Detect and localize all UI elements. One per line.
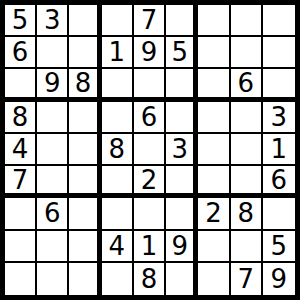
- sudoku-cell[interactable]: 1: [102, 37, 134, 69]
- given-digit: 9: [44, 70, 61, 96]
- sudoku-cell[interactable]: [134, 134, 166, 166]
- sudoku-cell[interactable]: 6: [37, 198, 69, 230]
- given-digit: 9: [171, 233, 188, 259]
- sudoku-cell[interactable]: [69, 134, 101, 166]
- sudoku-cell[interactable]: [102, 166, 134, 198]
- sudoku-cell[interactable]: 7: [134, 5, 166, 37]
- sudoku-cell[interactable]: [198, 231, 230, 263]
- sudoku-cell[interactable]: 8: [134, 263, 166, 295]
- sudoku-cell[interactable]: 8: [69, 69, 101, 101]
- sudoku-cell[interactable]: [231, 231, 263, 263]
- sudoku-cell[interactable]: 6: [134, 102, 166, 134]
- sudoku-cell[interactable]: [69, 166, 101, 198]
- sudoku-cell[interactable]: [102, 102, 134, 134]
- given-digit: 4: [12, 136, 29, 162]
- sudoku-cell[interactable]: [102, 263, 134, 295]
- sudoku-cell[interactable]: [5, 198, 37, 230]
- sudoku-cell[interactable]: 4: [5, 134, 37, 166]
- sudoku-cell[interactable]: [37, 102, 69, 134]
- given-digit: 7: [141, 7, 158, 33]
- sudoku-cell[interactable]: [263, 5, 295, 37]
- sudoku-cell[interactable]: [198, 37, 230, 69]
- sudoku-cell[interactable]: [231, 102, 263, 134]
- sudoku-cell[interactable]: 6: [263, 166, 295, 198]
- sudoku-cell[interactable]: [69, 198, 101, 230]
- sudoku-cell[interactable]: 7: [231, 263, 263, 295]
- sudoku-cell[interactable]: [198, 263, 230, 295]
- sudoku-cell[interactable]: 3: [263, 102, 295, 134]
- sudoku-cell[interactable]: [231, 37, 263, 69]
- sudoku-cell[interactable]: 2: [198, 198, 230, 230]
- sudoku-cell[interactable]: [166, 263, 198, 295]
- sudoku-cell[interactable]: 6: [5, 37, 37, 69]
- given-digit: 9: [271, 266, 288, 292]
- sudoku-cell[interactable]: [231, 5, 263, 37]
- given-digit: 8: [12, 104, 29, 130]
- sudoku-cell[interactable]: [37, 37, 69, 69]
- given-digit: 9: [141, 39, 158, 65]
- given-digit: 1: [271, 136, 288, 162]
- sudoku-cell[interactable]: 5: [166, 37, 198, 69]
- given-digit: 3: [44, 7, 61, 33]
- given-digit: 8: [75, 70, 92, 96]
- sudoku-cell[interactable]: [263, 198, 295, 230]
- sudoku-cell[interactable]: 5: [5, 5, 37, 37]
- sudoku-cell[interactable]: [69, 37, 101, 69]
- given-digit: 6: [44, 200, 61, 226]
- sudoku-cell[interactable]: [166, 102, 198, 134]
- sudoku-cell[interactable]: [37, 166, 69, 198]
- sudoku-cell[interactable]: 4: [102, 231, 134, 263]
- sudoku-cell[interactable]: 9: [166, 231, 198, 263]
- sudoku-cell[interactable]: 8: [102, 134, 134, 166]
- sudoku-cell[interactable]: [166, 198, 198, 230]
- sudoku-cell[interactable]: [231, 166, 263, 198]
- sudoku-cell[interactable]: [166, 69, 198, 101]
- sudoku-cell[interactable]: 9: [37, 69, 69, 101]
- sudoku-cell[interactable]: [69, 5, 101, 37]
- sudoku-cell[interactable]: [198, 134, 230, 166]
- given-digit: 5: [271, 233, 288, 259]
- sudoku-cell[interactable]: [198, 102, 230, 134]
- sudoku-cell[interactable]: [198, 5, 230, 37]
- given-digit: 4: [108, 233, 125, 259]
- given-digit: 7: [237, 266, 254, 292]
- sudoku-board: 537619598686348317266284195879: [0, 0, 300, 300]
- given-digit: 8: [237, 200, 254, 226]
- sudoku-cell[interactable]: [166, 166, 198, 198]
- given-digit: 6: [237, 70, 254, 96]
- given-digit: 1: [141, 233, 158, 259]
- sudoku-cell[interactable]: [134, 198, 166, 230]
- sudoku-cell[interactable]: [37, 263, 69, 295]
- sudoku-cell[interactable]: [102, 69, 134, 101]
- sudoku-cell[interactable]: 8: [5, 102, 37, 134]
- given-digit: 6: [141, 104, 158, 130]
- sudoku-cell[interactable]: [37, 231, 69, 263]
- given-digit: 3: [171, 136, 188, 162]
- sudoku-cell[interactable]: 5: [263, 231, 295, 263]
- given-digit: 5: [12, 7, 29, 33]
- sudoku-cell[interactable]: [231, 134, 263, 166]
- given-digit: 2: [141, 167, 158, 193]
- sudoku-cell[interactable]: 1: [134, 231, 166, 263]
- given-digit: 8: [141, 266, 158, 292]
- sudoku-cell[interactable]: 8: [231, 198, 263, 230]
- sudoku-cell[interactable]: 9: [134, 37, 166, 69]
- given-digit: 6: [12, 39, 29, 65]
- given-digit: 7: [12, 167, 29, 193]
- sudoku-cell[interactable]: [166, 5, 198, 37]
- given-digit: 2: [205, 200, 222, 226]
- sudoku-cell[interactable]: [69, 231, 101, 263]
- sudoku-cell[interactable]: [102, 5, 134, 37]
- sudoku-cell[interactable]: [69, 263, 101, 295]
- sudoku-cell[interactable]: [5, 231, 37, 263]
- given-digit: 1: [108, 39, 125, 65]
- sudoku-cell[interactable]: [102, 198, 134, 230]
- sudoku-cell[interactable]: [5, 263, 37, 295]
- given-digit: 5: [171, 39, 188, 65]
- sudoku-cell[interactable]: [5, 69, 37, 101]
- sudoku-cell[interactable]: 9: [263, 263, 295, 295]
- sudoku-cell[interactable]: [198, 69, 230, 101]
- sudoku-cell[interactable]: [198, 166, 230, 198]
- sudoku-cell[interactable]: [69, 102, 101, 134]
- sudoku-cell[interactable]: [263, 69, 295, 101]
- sudoku-cell[interactable]: 3: [37, 5, 69, 37]
- given-digit: 6: [271, 167, 288, 193]
- sudoku-cell[interactable]: 1: [263, 134, 295, 166]
- sudoku-cell[interactable]: 2: [134, 166, 166, 198]
- sudoku-cell[interactable]: [37, 134, 69, 166]
- sudoku-cell[interactable]: [134, 69, 166, 101]
- given-digit: 3: [271, 104, 288, 130]
- given-digit: 8: [108, 136, 125, 162]
- sudoku-cell[interactable]: 7: [5, 166, 37, 198]
- sudoku-cell[interactable]: 3: [166, 134, 198, 166]
- sudoku-cell[interactable]: [263, 37, 295, 69]
- sudoku-cell[interactable]: 6: [231, 69, 263, 101]
